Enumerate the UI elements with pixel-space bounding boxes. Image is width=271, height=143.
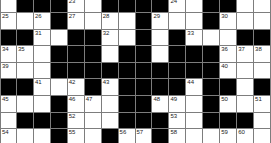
white-cell[interactable]: 56	[119, 129, 136, 143]
white-cell[interactable]: 49	[169, 96, 186, 113]
white-cell[interactable]: 42	[68, 79, 85, 96]
clue-number: 45	[2, 96, 9, 103]
clue-number: 27	[69, 13, 76, 20]
white-cell[interactable]: 30	[220, 13, 237, 30]
black-cell	[203, 0, 220, 13]
black-cell	[152, 63, 169, 80]
white-cell[interactable]: 40	[220, 63, 237, 80]
white-cell[interactable]: 26	[34, 13, 51, 30]
black-cell	[203, 96, 220, 113]
black-cell	[0, 79, 17, 96]
white-cell[interactable]: 25	[0, 13, 17, 30]
black-cell	[17, 79, 34, 96]
black-cell	[136, 13, 153, 30]
black-cell	[203, 113, 220, 130]
black-cell	[136, 113, 153, 130]
black-cell	[68, 30, 85, 47]
white-cell[interactable]	[102, 113, 119, 130]
white-cell[interactable]: 32	[102, 30, 119, 47]
white-cell[interactable]	[119, 13, 136, 30]
white-cell[interactable]: 57	[136, 129, 153, 143]
black-cell	[254, 30, 271, 47]
clue-number: 58	[170, 129, 177, 136]
black-cell	[220, 0, 237, 13]
white-cell[interactable]	[34, 46, 51, 63]
black-cell	[17, 30, 34, 47]
black-cell	[186, 63, 203, 80]
clue-number: 51	[255, 96, 262, 103]
white-cell[interactable]	[0, 0, 17, 13]
black-cell	[136, 0, 153, 13]
black-cell	[102, 63, 119, 80]
white-cell[interactable]: 28	[102, 13, 119, 30]
clue-number: 57	[137, 129, 144, 136]
white-cell[interactable]: 54	[0, 129, 17, 143]
white-cell[interactable]	[17, 129, 34, 143]
black-cell	[0, 30, 17, 47]
black-cell	[186, 46, 203, 63]
clue-number: 33	[187, 30, 194, 37]
black-cell	[51, 13, 68, 30]
white-cell[interactable]	[186, 13, 203, 30]
white-cell[interactable]	[85, 13, 102, 30]
black-cell	[152, 0, 169, 13]
white-cell[interactable]	[102, 96, 119, 113]
white-cell[interactable]	[17, 96, 34, 113]
clue-number: 60	[238, 129, 245, 136]
white-cell[interactable]: 55	[68, 129, 85, 143]
black-cell	[85, 79, 102, 96]
white-cell[interactable]	[34, 96, 51, 113]
clue-number: 29	[153, 13, 160, 20]
black-cell	[237, 113, 254, 130]
black-cell	[203, 13, 220, 30]
clue-number: 24	[170, 0, 177, 5]
white-cell[interactable]: 51	[254, 96, 271, 113]
white-cell[interactable]: 41	[34, 79, 51, 96]
white-cell[interactable]: 46	[68, 96, 85, 113]
black-cell	[119, 113, 136, 130]
clue-number: 38	[255, 46, 262, 53]
black-cell	[203, 79, 220, 96]
clue-number: 44	[187, 79, 194, 86]
white-cell[interactable]: 52	[68, 113, 85, 130]
white-cell[interactable]: 23	[68, 0, 85, 13]
black-cell	[102, 129, 119, 143]
black-cell	[68, 63, 85, 80]
black-cell	[17, 0, 34, 13]
black-cell	[152, 113, 169, 130]
crossword-grid: 2324252627282930313233343536373839404142…	[0, 0, 271, 143]
black-cell	[136, 96, 153, 113]
black-cell	[51, 63, 68, 80]
clue-number: 47	[86, 96, 93, 103]
clue-number: 26	[35, 13, 42, 20]
white-cell[interactable]: 45	[0, 96, 17, 113]
black-cell	[51, 113, 68, 130]
white-cell[interactable]: 29	[152, 13, 169, 30]
clue-number: 23	[69, 0, 76, 5]
black-cell	[136, 79, 153, 96]
white-cell[interactable]	[254, 129, 271, 143]
clue-number: 49	[170, 96, 177, 103]
white-cell[interactable]	[237, 96, 254, 113]
white-cell[interactable]	[186, 0, 203, 13]
black-cell	[136, 63, 153, 80]
black-cell	[152, 79, 169, 96]
black-cell	[85, 30, 102, 47]
white-cell[interactable]	[203, 129, 220, 143]
clue-number: 52	[69, 113, 76, 120]
black-cell	[102, 0, 119, 13]
black-cell	[169, 46, 186, 63]
black-cell	[119, 63, 136, 80]
black-cell	[119, 46, 136, 63]
white-cell[interactable]	[119, 30, 136, 47]
white-cell[interactable]	[237, 63, 254, 80]
white-cell[interactable]	[152, 46, 169, 63]
black-cell	[169, 63, 186, 80]
white-cell[interactable]: 37	[237, 46, 254, 63]
black-cell	[34, 113, 51, 130]
clue-number: 35	[18, 46, 25, 53]
clue-number: 54	[2, 129, 9, 136]
white-cell[interactable]: 36	[220, 46, 237, 63]
clue-number: 32	[103, 30, 110, 37]
clue-number: 43	[103, 79, 110, 86]
white-cell[interactable]: 27	[68, 13, 85, 30]
white-cell[interactable]	[254, 13, 271, 30]
black-cell	[152, 129, 169, 143]
white-cell[interactable]	[169, 13, 186, 30]
clue-number: 41	[35, 79, 42, 86]
clue-number: 31	[35, 30, 42, 37]
black-cell	[169, 79, 186, 96]
white-cell[interactable]: 24	[169, 0, 186, 13]
clue-number: 53	[170, 113, 177, 120]
white-cell[interactable]: 50	[220, 96, 237, 113]
black-cell	[51, 46, 68, 63]
clue-number: 59	[221, 129, 228, 136]
white-cell[interactable]: 47	[85, 96, 102, 113]
black-cell	[203, 63, 220, 80]
black-cell	[254, 79, 271, 96]
black-cell	[203, 46, 220, 63]
white-cell[interactable]: 48	[152, 96, 169, 113]
white-cell[interactable]: 53	[169, 113, 186, 130]
clue-number: 46	[69, 96, 76, 103]
clue-number: 25	[2, 13, 9, 20]
white-cell[interactable]: 39	[0, 63, 17, 80]
white-cell[interactable]	[254, 0, 271, 13]
white-cell[interactable]	[186, 129, 203, 143]
white-cell[interactable]	[254, 63, 271, 80]
white-cell[interactable]: 31	[34, 30, 51, 47]
white-cell[interactable]	[102, 46, 119, 63]
white-cell[interactable]	[254, 113, 271, 130]
white-cell[interactable]	[237, 0, 254, 13]
clue-number: 30	[221, 13, 228, 20]
white-cell[interactable]	[152, 30, 169, 47]
white-cell[interactable]	[85, 0, 102, 13]
clue-number: 42	[69, 79, 76, 86]
white-cell[interactable]	[203, 30, 220, 47]
clue-number: 36	[221, 46, 228, 53]
white-cell[interactable]	[51, 79, 68, 96]
black-cell	[237, 30, 254, 47]
white-cell[interactable]	[34, 129, 51, 143]
white-cell[interactable]: 60	[237, 129, 254, 143]
black-cell	[136, 46, 153, 63]
white-cell[interactable]: 59	[220, 129, 237, 143]
white-cell[interactable]	[85, 129, 102, 143]
white-cell[interactable]	[17, 13, 34, 30]
white-cell[interactable]	[17, 63, 34, 80]
clue-number: 56	[120, 129, 127, 136]
white-cell[interactable]	[85, 113, 102, 130]
clue-number: 55	[69, 129, 76, 136]
white-cell[interactable]: 35	[17, 46, 34, 63]
clue-number: 40	[221, 63, 228, 70]
clue-number: 50	[221, 96, 228, 103]
white-cell[interactable]	[186, 96, 203, 113]
black-cell	[51, 96, 68, 113]
white-cell[interactable]: 34	[0, 46, 17, 63]
white-cell[interactable]: 58	[169, 129, 186, 143]
black-cell	[119, 96, 136, 113]
white-cell[interactable]	[237, 13, 254, 30]
white-cell[interactable]	[0, 113, 17, 130]
clue-number: 37	[238, 46, 245, 53]
black-cell	[85, 63, 102, 80]
white-cell[interactable]	[51, 30, 68, 47]
white-cell[interactable]	[34, 63, 51, 80]
clue-number: 28	[103, 13, 110, 20]
white-cell[interactable]: 33	[186, 30, 203, 47]
black-cell	[68, 46, 85, 63]
black-cell	[220, 79, 237, 96]
black-cell	[119, 0, 136, 13]
white-cell[interactable]: 38	[254, 46, 271, 63]
black-cell	[51, 129, 68, 143]
crossword-screenshot: 2324252627282930313233343536373839404142…	[0, 0, 271, 143]
black-cell	[220, 113, 237, 130]
clue-number: 34	[2, 46, 9, 53]
white-cell[interactable]	[220, 30, 237, 47]
black-cell	[119, 79, 136, 96]
black-cell	[34, 0, 51, 13]
black-cell	[51, 0, 68, 13]
white-cell[interactable]	[237, 79, 254, 96]
clue-number: 39	[2, 63, 9, 70]
black-cell	[17, 113, 34, 130]
white-cell[interactable]	[186, 113, 203, 130]
black-cell	[85, 46, 102, 63]
white-cell[interactable]: 43	[102, 79, 119, 96]
black-cell	[136, 30, 153, 47]
black-cell	[169, 30, 186, 47]
white-cell[interactable]: 44	[186, 79, 203, 96]
clue-number: 48	[153, 96, 160, 103]
